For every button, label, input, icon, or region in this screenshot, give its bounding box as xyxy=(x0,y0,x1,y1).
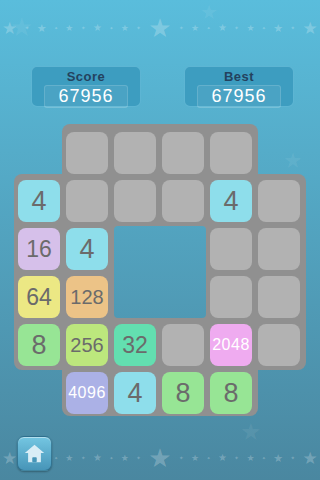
star-icon: ★ xyxy=(303,20,318,37)
star-icon: ★ xyxy=(121,454,129,463)
star-icon: ✦ xyxy=(234,455,239,461)
star-icon: ★ xyxy=(218,453,227,463)
tile-8: 8 xyxy=(210,372,252,414)
empty-cell xyxy=(114,180,156,222)
tile-8: 8 xyxy=(162,372,204,414)
empty-cell xyxy=(210,228,252,270)
star-icon: ✦ xyxy=(109,456,113,461)
tile-4: 4 xyxy=(66,228,108,270)
tile-64: 64 xyxy=(18,276,60,318)
score-label: Score xyxy=(32,69,140,84)
star-icon: ✦ xyxy=(290,25,295,31)
star-border-top: ★✦★✦★✦★✦★✦★✦★✦★✦★✦★✦★ xyxy=(0,14,320,42)
tile-4: 4 xyxy=(210,180,252,222)
star-icon: ✦ xyxy=(206,456,210,461)
star-icon: ★ xyxy=(273,23,283,34)
empty-cell xyxy=(210,276,252,318)
game-screen: ★✦★✦★✦★✦★✦★✦★✦★✦★✦★✦★ ★★★★★ Score 67956 … xyxy=(0,0,320,480)
star-icon: ★ xyxy=(65,24,73,33)
empty-cell xyxy=(210,132,252,174)
star-icon: ✦ xyxy=(81,455,86,461)
star-icon: ✦ xyxy=(54,26,58,31)
star-icon: ★ xyxy=(246,454,254,463)
star-icon: ★ xyxy=(240,420,262,444)
star-icon: ★ xyxy=(93,453,102,463)
best-box: Best 67956 xyxy=(184,66,294,107)
star-icon: ★ xyxy=(93,23,102,33)
board-center-hole xyxy=(114,226,206,318)
star-icon: ✦ xyxy=(234,25,239,31)
empty-cell xyxy=(162,132,204,174)
star-icon: ✦ xyxy=(262,26,266,31)
tile-8: 8 xyxy=(18,324,60,366)
star-icon: ★ xyxy=(218,23,227,33)
star-icon: ★ xyxy=(148,445,171,471)
star-icon: ★ xyxy=(121,24,129,33)
best-label: Best xyxy=(185,69,293,84)
star-icon: ✦ xyxy=(290,455,295,461)
score-value-field: 67956 xyxy=(44,85,128,108)
star-icon: ★ xyxy=(273,453,283,464)
tile-32: 32 xyxy=(114,324,156,366)
star-icon: ★ xyxy=(65,454,73,463)
star-icon: ★ xyxy=(303,450,318,467)
star-icon: ★ xyxy=(246,24,254,33)
best-value-field: 67956 xyxy=(197,85,281,108)
star-icon: ✦ xyxy=(179,25,184,31)
empty-cell xyxy=(114,132,156,174)
star-icon: ✦ xyxy=(109,26,113,31)
star-icon: ★ xyxy=(37,23,47,34)
empty-cell xyxy=(66,180,108,222)
tile-256: 256 xyxy=(66,324,108,366)
empty-cell xyxy=(258,180,300,222)
home-button[interactable] xyxy=(17,436,52,471)
star-icon: ★ xyxy=(10,14,33,40)
tile-4: 4 xyxy=(18,180,60,222)
best-value: 67956 xyxy=(211,86,266,107)
tile-2048: 2048 xyxy=(210,324,252,366)
star-icon: ★ xyxy=(148,15,171,41)
empty-cell xyxy=(66,132,108,174)
score-box: Score 67956 xyxy=(31,66,141,107)
score-value: 67956 xyxy=(58,86,113,107)
star-icon: ✦ xyxy=(81,25,86,31)
star-icon: ★ xyxy=(191,454,199,463)
tile-4: 4 xyxy=(114,372,156,414)
empty-cell xyxy=(258,276,300,318)
star-icon: ✦ xyxy=(179,455,184,461)
star-icon: ✦ xyxy=(206,26,210,31)
star-icon: ✦ xyxy=(25,25,30,31)
empty-cell xyxy=(162,324,204,366)
star-icon: ★ xyxy=(191,24,199,33)
tile-128: 128 xyxy=(66,276,108,318)
star-icon: ✦ xyxy=(54,456,58,461)
game-board[interactable]: 441646412882563220484096488 xyxy=(14,124,306,416)
tile-16: 16 xyxy=(18,228,60,270)
star-icon: ✦ xyxy=(136,25,141,31)
star-icon: ✦ xyxy=(262,456,266,461)
star-icon: ★ xyxy=(200,2,218,22)
empty-cell xyxy=(258,324,300,366)
empty-cell xyxy=(162,180,204,222)
home-icon xyxy=(24,444,45,463)
empty-cell xyxy=(258,228,300,270)
star-icon: ★ xyxy=(2,20,17,37)
star-icon: ★ xyxy=(2,450,17,467)
star-icon: ✦ xyxy=(136,455,141,461)
tile-4096: 4096 xyxy=(66,372,108,414)
